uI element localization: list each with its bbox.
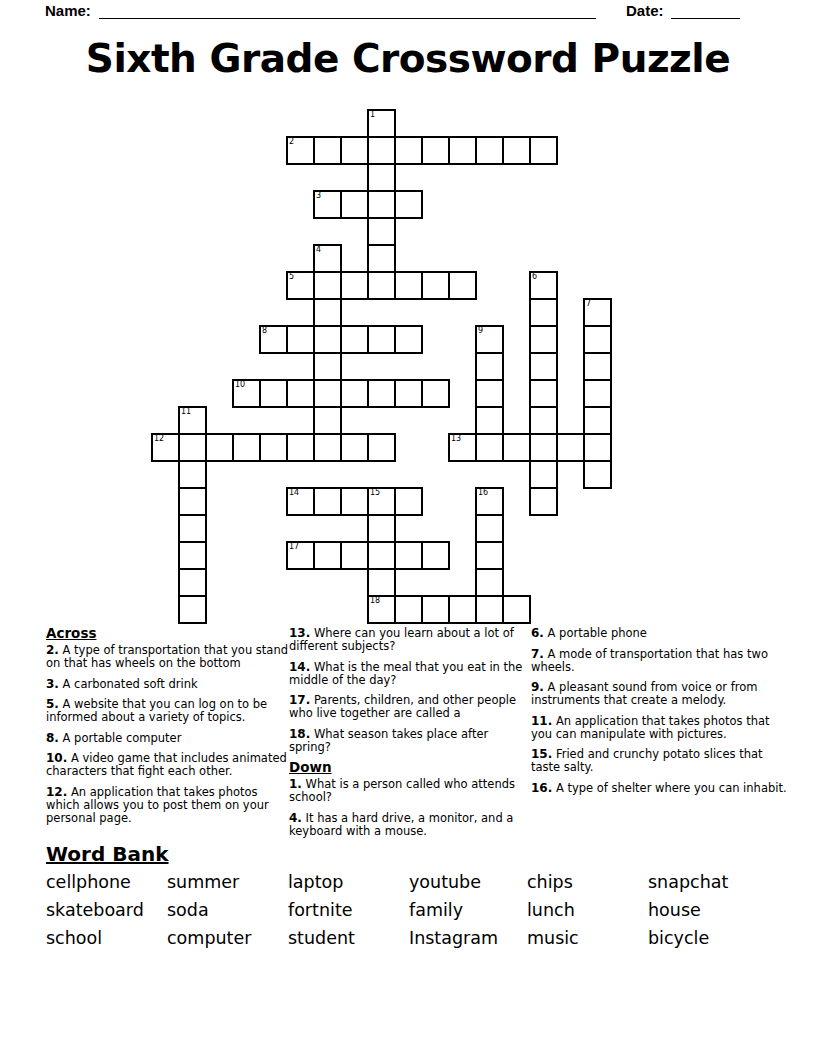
clue-down-11: 11. An application that takes photos tha…	[531, 715, 787, 741]
grid-cell[interactable]	[368, 164, 395, 191]
cell-number: 1	[370, 111, 375, 119]
grid-cell[interactable]	[314, 137, 341, 164]
grid-cell[interactable]	[584, 353, 611, 380]
grid-cell[interactable]	[449, 137, 476, 164]
grid-cell[interactable]	[341, 380, 368, 407]
grid-cell[interactable]	[395, 326, 422, 353]
grid-cell[interactable]	[530, 488, 557, 515]
grid-cell[interactable]	[368, 434, 395, 461]
grid-cell[interactable]	[368, 569, 395, 596]
grid-cell[interactable]	[584, 461, 611, 488]
grid-cell[interactable]	[260, 434, 287, 461]
word-bank-word: soda	[167, 900, 288, 928]
grid-cell[interactable]	[314, 407, 341, 434]
grid-cell[interactable]	[395, 542, 422, 569]
cell-number: 5	[289, 273, 294, 281]
grid-cell[interactable]	[314, 299, 341, 326]
word-bank-word: music	[527, 928, 648, 956]
grid-cell[interactable]	[368, 380, 395, 407]
word-bank-word: youtube	[409, 872, 527, 900]
grid-cell[interactable]	[179, 542, 206, 569]
grid-cell[interactable]: 7	[584, 299, 611, 326]
grid-cell[interactable]	[179, 461, 206, 488]
grid-cell[interactable]	[179, 569, 206, 596]
grid-cell[interactable]	[503, 434, 530, 461]
grid-cell[interactable]	[314, 326, 341, 353]
grid-cell[interactable]	[503, 137, 530, 164]
grid-cell[interactable]	[341, 137, 368, 164]
grid-cell[interactable]	[179, 488, 206, 515]
grid-cell[interactable]	[233, 434, 260, 461]
grid-cell[interactable]	[476, 569, 503, 596]
grid-cell[interactable]	[395, 488, 422, 515]
word-bank-word: snapchat	[648, 872, 768, 900]
grid-cell[interactable]	[395, 380, 422, 407]
grid-cell[interactable]	[260, 380, 287, 407]
grid-cell[interactable]	[287, 326, 314, 353]
grid-cell[interactable]: 5	[287, 272, 314, 299]
grid-cell[interactable]	[449, 596, 476, 623]
word-bank-word: fortnite	[288, 900, 409, 928]
cell-number: 2	[289, 138, 294, 146]
word-bank-word: chips	[527, 872, 648, 900]
grid-cell[interactable]	[476, 434, 503, 461]
grid-cell[interactable]: 6	[530, 272, 557, 299]
grid-cell[interactable]	[422, 137, 449, 164]
grid-cell[interactable]	[395, 137, 422, 164]
word-bank-word: skateboard	[46, 900, 167, 928]
grid-cell[interactable]	[314, 542, 341, 569]
grid-cell[interactable]	[368, 218, 395, 245]
clue-down-9: 9. A pleasant sound from voice or from i…	[531, 681, 787, 707]
cell-number: 6	[532, 273, 537, 281]
crossword-grid: 123456789101112131415161718	[152, 110, 611, 623]
grid-cell[interactable]	[368, 245, 395, 272]
cell-number: 16	[478, 489, 488, 497]
grid-cell[interactable]: 17	[287, 542, 314, 569]
date-label: Date:	[626, 2, 664, 19]
clue-column-3: 6. A portable phone7. A mode of transpor…	[531, 627, 787, 802]
clue-across-14: 14. What is the meal that you eat in the…	[289, 661, 529, 687]
grid-cell[interactable]: 1	[368, 110, 395, 137]
clue-across-12: 12. An application that takes photos whi…	[46, 786, 288, 825]
grid-cell[interactable]	[314, 434, 341, 461]
grid-cell[interactable]	[476, 407, 503, 434]
grid-cell[interactable]	[476, 380, 503, 407]
grid-cell[interactable]: 16	[476, 488, 503, 515]
grid-cell[interactable]: 11	[179, 407, 206, 434]
grid-cell[interactable]	[476, 542, 503, 569]
grid-cell[interactable]	[584, 434, 611, 461]
word-bank-word: cellphone	[46, 872, 167, 900]
grid-cell[interactable]: 13	[449, 434, 476, 461]
grid-cell[interactable]	[503, 596, 530, 623]
grid-cell[interactable]	[530, 299, 557, 326]
word-bank-words: cellphonesummerlaptopyoutubechipssnapcha…	[46, 872, 768, 956]
grid-cell[interactable]	[530, 326, 557, 353]
grid-cell[interactable]	[368, 542, 395, 569]
across-heading: Across	[46, 627, 288, 640]
clue-across-17: 17. Parents, children, and other people …	[289, 694, 529, 720]
grid-cell[interactable]	[395, 596, 422, 623]
grid-cell[interactable]: 4	[314, 245, 341, 272]
grid-cell[interactable]	[341, 434, 368, 461]
cell-number: 4	[316, 246, 321, 254]
cell-number: 13	[451, 435, 461, 443]
word-bank-heading: Word Bank	[46, 842, 169, 866]
grid-cell[interactable]	[179, 434, 206, 461]
word-bank-word: student	[288, 928, 409, 956]
grid-cell[interactable]: 2	[287, 137, 314, 164]
grid-cell[interactable]	[341, 272, 368, 299]
clue-down-7: 7. A mode of transportation that has two…	[531, 648, 787, 674]
grid-cell[interactable]: 3	[314, 191, 341, 218]
grid-cell[interactable]	[179, 515, 206, 542]
grid-cell[interactable]	[368, 326, 395, 353]
page-title: Sixth Grade Crossword Puzzle	[0, 36, 816, 81]
cell-number: 8	[262, 327, 267, 335]
grid-cell[interactable]: 10	[233, 380, 260, 407]
word-bank-word: bicycle	[648, 928, 768, 956]
word-bank-word: laptop	[288, 872, 409, 900]
grid-cell[interactable]	[530, 353, 557, 380]
grid-cell[interactable]	[314, 380, 341, 407]
grid-cell[interactable]	[476, 515, 503, 542]
grid-cell[interactable]	[530, 407, 557, 434]
word-bank-word: Instagram	[409, 928, 527, 956]
cell-number: 9	[478, 327, 483, 335]
grid-cell[interactable]	[422, 542, 449, 569]
clue-across-2: 2. A type of transportation that you sta…	[46, 644, 288, 670]
grid-cell[interactable]	[395, 272, 422, 299]
grid-cell[interactable]: 15	[368, 488, 395, 515]
clue-down-6: 6. A portable phone	[531, 627, 787, 640]
clue-down-1: 1. What is a person called who attends s…	[289, 778, 529, 804]
grid-cell[interactable]	[530, 461, 557, 488]
grid-cell[interactable]: 14	[287, 488, 314, 515]
grid-cell[interactable]	[422, 380, 449, 407]
grid-cell[interactable]	[368, 272, 395, 299]
grid-cell[interactable]: 8	[260, 326, 287, 353]
cell-number: 3	[316, 192, 321, 200]
cell-number: 10	[235, 381, 245, 389]
word-bank-word: family	[409, 900, 527, 928]
grid-cell[interactable]	[179, 596, 206, 623]
grid-cell[interactable]	[584, 380, 611, 407]
grid-cell[interactable]	[287, 380, 314, 407]
grid-cell[interactable]	[341, 326, 368, 353]
clue-column-2: 13. Where can you learn about a lot of d…	[289, 627, 529, 845]
word-bank-word: computer	[167, 928, 288, 956]
grid-cell[interactable]	[422, 272, 449, 299]
word-bank-word: school	[46, 928, 167, 956]
grid-cell[interactable]	[584, 326, 611, 353]
grid-cell[interactable]	[395, 191, 422, 218]
grid-cell[interactable]	[368, 191, 395, 218]
cell-number: 18	[370, 597, 380, 605]
grid-cell[interactable]	[206, 434, 233, 461]
name-label: Name:	[45, 2, 91, 19]
grid-cell[interactable]: 18	[368, 596, 395, 623]
grid-cell[interactable]	[476, 353, 503, 380]
grid-cell[interactable]	[341, 191, 368, 218]
grid-cell[interactable]	[530, 137, 557, 164]
grid-cell[interactable]	[314, 272, 341, 299]
grid-cell[interactable]	[530, 380, 557, 407]
name-input-line[interactable]	[99, 2, 596, 19]
down-heading: Down	[289, 761, 529, 774]
clue-column-1: Across2. A type of transportation that y…	[46, 627, 288, 832]
grid-cell[interactable]	[449, 272, 476, 299]
grid-cell[interactable]	[368, 515, 395, 542]
clue-across-18: 18. What season takes place after spring…	[289, 728, 529, 754]
grid-cell[interactable]	[476, 596, 503, 623]
clue-across-13: 13. Where can you learn about a lot of d…	[289, 627, 529, 653]
grid-cell[interactable]	[530, 434, 557, 461]
cell-number: 15	[370, 489, 380, 497]
date-input-line[interactable]	[671, 2, 740, 19]
grid-cell[interactable]	[422, 596, 449, 623]
clue-down-16: 16. A type of shelter where you can inha…	[531, 782, 787, 795]
clue-across-8: 8. A portable computer	[46, 732, 288, 745]
grid-cell[interactable]	[368, 137, 395, 164]
grid-cell[interactable]	[341, 488, 368, 515]
word-bank-word: house	[648, 900, 768, 928]
clue-across-10: 10. A video game that includes animated …	[46, 752, 288, 778]
cell-number: 12	[154, 435, 164, 443]
word-bank-word: summer	[167, 872, 288, 900]
cell-number: 14	[289, 489, 299, 497]
grid-cell[interactable]	[584, 407, 611, 434]
grid-cell[interactable]	[314, 353, 341, 380]
cell-number: 11	[181, 408, 191, 416]
clue-down-4: 4. It has a hard drive, a monitor, and a…	[289, 812, 529, 838]
word-bank-word: lunch	[527, 900, 648, 928]
clue-across-5: 5. A website that you can log on to be i…	[46, 698, 288, 724]
grid-cell[interactable]	[476, 137, 503, 164]
cell-number: 7	[586, 300, 591, 308]
grid-cell[interactable]	[557, 434, 584, 461]
grid-cell[interactable]	[287, 434, 314, 461]
clue-across-3: 3. A carbonated soft drink	[46, 678, 288, 691]
grid-cell[interactable]: 9	[476, 326, 503, 353]
clue-down-15: 15. Fried and crunchy potato slices that…	[531, 748, 787, 774]
grid-cell[interactable]	[314, 488, 341, 515]
cell-number: 17	[289, 543, 299, 551]
grid-cell[interactable]: 12	[152, 434, 179, 461]
grid-cell[interactable]	[341, 542, 368, 569]
